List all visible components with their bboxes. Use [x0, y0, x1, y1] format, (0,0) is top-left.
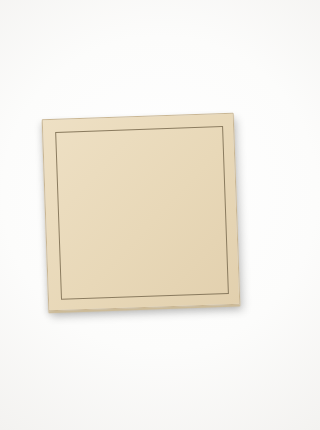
photo-background	[0, 0, 287, 430]
coords-bottom	[43, 114, 233, 121]
board-frame	[42, 113, 241, 312]
coords-left	[43, 114, 233, 121]
chess-board	[42, 113, 241, 312]
board-grid	[55, 126, 229, 300]
coords-right	[43, 114, 233, 121]
coords-top	[43, 114, 233, 121]
